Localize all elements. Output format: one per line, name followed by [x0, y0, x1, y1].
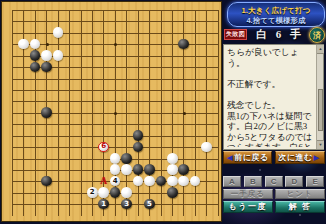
hoshi-point: [46, 43, 49, 46]
scroll-thumb[interactable]: [318, 89, 324, 131]
prev-button-label: 前に戻る: [234, 152, 268, 163]
hint-button[interactable]: ヒント: [275, 189, 325, 200]
stone-white: [167, 176, 178, 187]
diagram-type-badge: 失敗図: [224, 29, 247, 40]
stone-white: [144, 176, 155, 187]
stone-white: [121, 164, 132, 175]
stone-black: [41, 62, 52, 73]
retry-button[interactable]: もう一度: [223, 201, 273, 213]
stone-black: [121, 153, 132, 164]
choice-button-a[interactable]: A: [223, 176, 241, 187]
scroll-down-icon[interactable]: ▼: [317, 140, 324, 149]
prev-button[interactable]: ◀ 前に戻る: [223, 151, 272, 164]
stone-white: [121, 187, 132, 198]
stone-black-move-5: 5: [144, 199, 155, 210]
answer-button[interactable]: 解 答: [275, 201, 325, 213]
next-button-label: 次に進む: [278, 152, 312, 163]
lesson-title: 1.大きく広げて打つ 4.捨てて模様形成: [227, 2, 325, 27]
next-button[interactable]: 次に進む ▶: [275, 151, 325, 164]
commentary-text: ちらが良いでしょう。 不正解です。 残念でした。 黒1の下ハネは疑問で す。白2…: [227, 47, 315, 147]
completed-badge: 済: [309, 27, 325, 43]
goban[interactable]: 642135A: [1, 1, 222, 222]
diagram-header: 失敗図 白 6 手 済: [222, 27, 325, 43]
scroll-up-icon[interactable]: ▲: [317, 45, 324, 54]
stone-white: [53, 27, 64, 38]
stone-white: [167, 153, 178, 164]
stone-black: [167, 187, 178, 198]
choice-button-e[interactable]: E: [306, 176, 324, 187]
stone-white: [53, 50, 64, 61]
stone-white-move-2: 2: [87, 187, 98, 198]
next-arrow-icon: ▶: [314, 154, 320, 162]
stone-black: [133, 130, 144, 141]
stone-black: [41, 107, 52, 118]
stone-black: [178, 164, 189, 175]
stone-white: [110, 153, 121, 164]
hoshi-point: [183, 112, 186, 115]
prev-arrow-icon: ◀: [227, 154, 233, 162]
lesson-title-line1: 1.大きく広げて打つ: [228, 6, 324, 16]
choice-button-c[interactable]: C: [265, 176, 283, 187]
scrollbar[interactable]: ▲ ▼: [316, 45, 323, 149]
marker-a: A: [100, 176, 107, 186]
move-count-label: 白 6 手: [252, 27, 308, 42]
stone-white-move-6: 6: [98, 142, 109, 153]
stone-white: [167, 164, 178, 175]
stone-black-move-3: 3: [121, 199, 132, 210]
stone-black: [144, 164, 155, 175]
undo-move-button[interactable]: 一手戻る: [223, 189, 273, 200]
stone-white: [98, 187, 109, 198]
lesson-title-line2: 4.捨てて模様形成: [228, 16, 324, 26]
stone-white: [201, 142, 212, 153]
choice-button-d[interactable]: D: [285, 176, 303, 187]
app-window: 642135A 1.大きく広げて打つ 4.捨てて模様形成 失敗図 白 6 手 済…: [0, 0, 326, 224]
commentary-panel: ちらが良いでしょう。 不正解です。 残念でした。 黒1の下ハネは疑問で す。白2…: [223, 44, 324, 150]
stone-black: [30, 50, 41, 61]
hoshi-point: [114, 112, 117, 115]
choice-button-b[interactable]: B: [244, 176, 262, 187]
stone-white: [41, 50, 52, 61]
